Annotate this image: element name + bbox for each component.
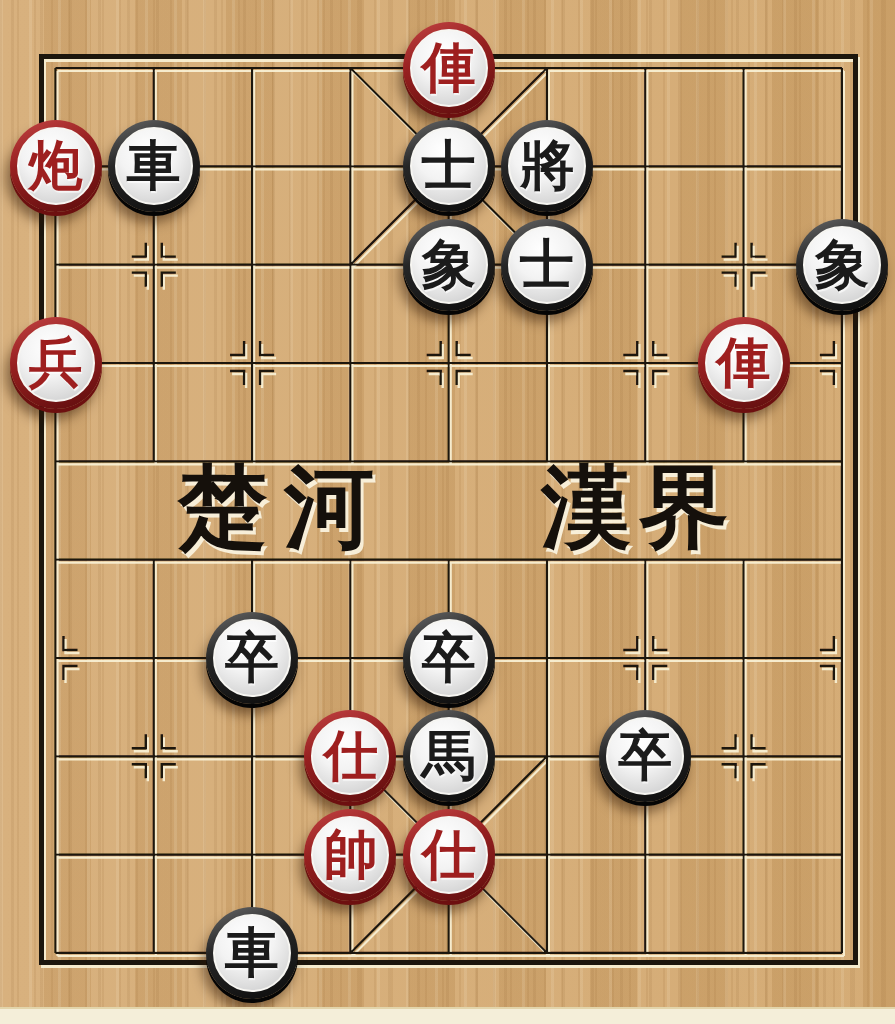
- piece-glyph: 馬: [422, 729, 476, 783]
- piece-face: 卒: [606, 717, 684, 795]
- piece-face: 俥: [705, 324, 783, 402]
- piece-glyph: 卒: [225, 631, 279, 685]
- piece-black-advisor-1[interactable]: 士: [403, 120, 495, 212]
- pieces-layer: 俥炮車士將象士象兵俥卒卒仕馬卒帥仕車: [0, 0, 895, 1024]
- piece-face: 車: [213, 914, 291, 992]
- piece-face: 卒: [213, 619, 291, 697]
- piece-black-general[interactable]: 將: [501, 120, 593, 212]
- piece-glyph: 象: [815, 238, 869, 292]
- piece-face: 帥: [311, 816, 389, 894]
- piece-red-cannon[interactable]: 炮: [10, 120, 102, 212]
- piece-glyph: 俥: [422, 41, 476, 95]
- piece-red-advisor-1[interactable]: 仕: [304, 710, 396, 802]
- piece-glyph: 士: [520, 238, 574, 292]
- piece-face: 卒: [410, 619, 488, 697]
- piece-face: 車: [115, 127, 193, 205]
- piece-red-chariot-2[interactable]: 俥: [698, 317, 790, 409]
- piece-black-pawn-3[interactable]: 卒: [599, 710, 691, 802]
- piece-black-pawn-1[interactable]: 卒: [206, 612, 298, 704]
- piece-face: 將: [508, 127, 586, 205]
- piece-face: 仕: [410, 816, 488, 894]
- piece-black-advisor-2[interactable]: 士: [501, 219, 593, 311]
- table-edge: [0, 1007, 895, 1024]
- piece-glyph: 兵: [29, 336, 83, 390]
- piece-red-pawn[interactable]: 兵: [10, 317, 102, 409]
- piece-glyph: 車: [127, 139, 181, 193]
- piece-red-general[interactable]: 帥: [304, 809, 396, 901]
- piece-glyph: 卒: [422, 631, 476, 685]
- piece-red-chariot-1[interactable]: 俥: [403, 22, 495, 114]
- piece-face: 象: [803, 226, 881, 304]
- piece-black-elephant-1[interactable]: 象: [403, 219, 495, 311]
- xiangqi-game-screen: 楚河 漢界 俥炮車士將象士象兵俥卒卒仕馬卒帥仕車: [0, 0, 895, 1024]
- piece-face: 士: [508, 226, 586, 304]
- piece-face: 仕: [311, 717, 389, 795]
- piece-face: 俥: [410, 29, 488, 107]
- piece-black-pawn-2[interactable]: 卒: [403, 612, 495, 704]
- piece-glyph: 士: [422, 139, 476, 193]
- piece-black-chariot-2[interactable]: 車: [206, 907, 298, 999]
- piece-face: 士: [410, 127, 488, 205]
- piece-face: 象: [410, 226, 488, 304]
- piece-glyph: 俥: [717, 336, 771, 390]
- piece-red-advisor-2[interactable]: 仕: [403, 809, 495, 901]
- piece-glyph: 炮: [29, 139, 83, 193]
- piece-glyph: 帥: [323, 828, 377, 882]
- piece-glyph: 卒: [618, 729, 672, 783]
- piece-glyph: 仕: [422, 828, 476, 882]
- piece-black-elephant-2[interactable]: 象: [796, 219, 888, 311]
- piece-glyph: 將: [520, 139, 574, 193]
- piece-face: 炮: [17, 127, 95, 205]
- piece-glyph: 象: [422, 238, 476, 292]
- piece-black-horse[interactable]: 馬: [403, 710, 495, 802]
- piece-face: 馬: [410, 717, 488, 795]
- piece-face: 兵: [17, 324, 95, 402]
- piece-glyph: 車: [225, 926, 279, 980]
- piece-black-chariot-1[interactable]: 車: [108, 120, 200, 212]
- piece-glyph: 仕: [323, 729, 377, 783]
